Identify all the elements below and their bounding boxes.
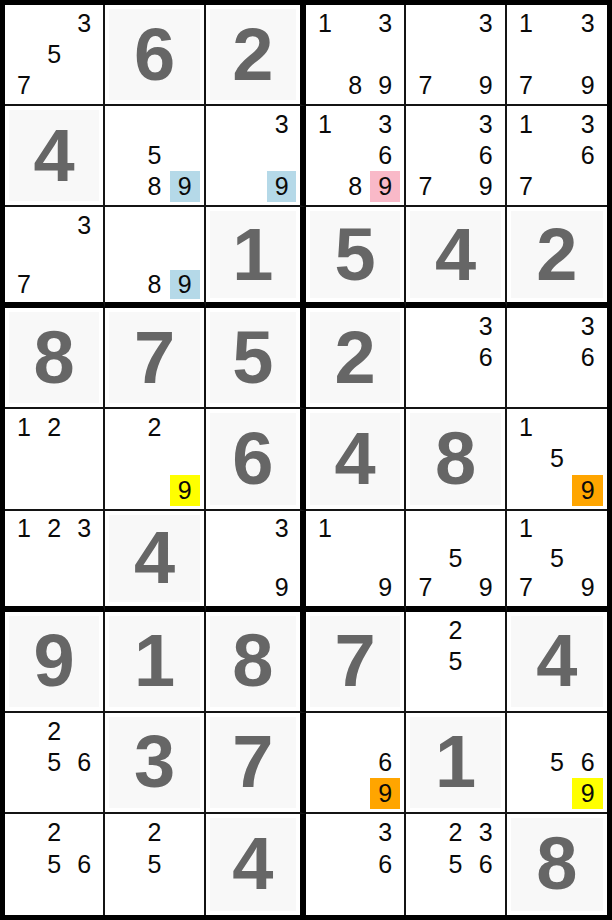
pencil-mark-2: 2 xyxy=(39,817,69,849)
pencil-mark-7: 7 xyxy=(511,70,542,101)
pencil-slot-empty xyxy=(310,573,340,603)
pencil-mark-3: 3 xyxy=(370,109,400,140)
pencil-slot-empty xyxy=(310,817,340,849)
pencil-slot-empty xyxy=(541,342,572,373)
pencil-mark-2: 2 xyxy=(139,412,169,443)
pencil-slot-empty xyxy=(9,543,39,573)
pencil-slot-empty xyxy=(9,475,39,506)
pencil-mark-3: 3 xyxy=(572,311,603,342)
pencil-slot-empty xyxy=(511,443,542,474)
pencil-grid: 357 xyxy=(9,8,99,101)
pencil-slot-empty xyxy=(440,880,470,912)
pencil-slot-empty xyxy=(440,140,470,171)
pencil-slot-empty xyxy=(39,240,69,270)
pencil-mark-1: 1 xyxy=(511,514,542,544)
pencil-grid: 1389 xyxy=(310,8,400,101)
pencil-slot-empty xyxy=(370,543,400,573)
pencil-slot-empty xyxy=(39,270,69,300)
pencil-slot-empty xyxy=(310,716,340,747)
pencil-slot-empty xyxy=(410,677,440,708)
cell-r8c4[interactable]: 69 xyxy=(306,713,406,814)
pencil-grid: 36 xyxy=(511,311,603,404)
pencil-mark-2: 2 xyxy=(139,817,169,849)
cell-value: 8 xyxy=(511,818,603,911)
pencil-grid: 36 xyxy=(310,817,400,912)
pencil-mark-6: 6 xyxy=(572,140,603,171)
pencil-slot-empty xyxy=(471,514,501,544)
cell-r3c5[interactable]: 4 xyxy=(406,207,506,308)
pencil-slot-empty xyxy=(541,573,572,603)
cell-r2c4[interactable]: 13689 xyxy=(306,106,406,207)
pencil-slot-empty xyxy=(511,747,542,778)
cell-value: 8 xyxy=(210,616,296,707)
pencil-slot-empty xyxy=(572,443,603,474)
cell-r9c6[interactable]: 8 xyxy=(507,814,607,915)
pencil-mark-7: 7 xyxy=(9,70,39,101)
pencil-slot-empty xyxy=(238,109,267,140)
pencil-mark-2: 2 xyxy=(440,817,470,849)
pencil-slot-empty xyxy=(109,412,139,443)
pencil-slot-empty xyxy=(410,342,440,373)
pencil-slot-empty xyxy=(440,171,470,202)
pencil-slot-empty xyxy=(410,373,440,404)
pencil-slot-empty xyxy=(210,171,239,202)
pencil-mark-5: 5 xyxy=(139,849,169,881)
pencil-slot-empty xyxy=(109,270,139,300)
pencil-slot-empty xyxy=(109,171,139,202)
pencil-slot-empty xyxy=(541,514,572,544)
pencil-slot-empty xyxy=(541,109,572,140)
cell-value: 1 xyxy=(210,211,296,298)
pencil-mark-3: 3 xyxy=(471,817,501,849)
pencil-slot-empty xyxy=(511,342,542,373)
pencil-slot-empty xyxy=(310,140,340,171)
cell-r2c3[interactable]: 39 xyxy=(206,106,306,207)
pencil-slot-empty xyxy=(210,543,239,573)
pencil-slot-empty xyxy=(471,880,501,912)
cell-r5c1[interactable]: 12 xyxy=(5,409,105,510)
pencil-slot-empty xyxy=(410,646,440,677)
pencil-slot-empty xyxy=(541,716,572,747)
pencil-slot-empty xyxy=(471,615,501,646)
pencil-slot-empty xyxy=(170,210,200,240)
cell-r6c4[interactable]: 19 xyxy=(306,511,406,612)
pencil-grid: 1367 xyxy=(511,109,603,202)
pencil-mark-3: 3 xyxy=(69,8,99,39)
pencil-mark-9: 9 xyxy=(572,573,603,603)
pencil-mark-3: 3 xyxy=(471,8,501,39)
pencil-grid: 39 xyxy=(210,109,296,202)
cell-r3c6[interactable]: 2 xyxy=(507,207,607,308)
pencil-slot-empty xyxy=(109,849,139,881)
pencil-slot-empty xyxy=(238,171,267,202)
pencil-slot-empty xyxy=(109,443,139,474)
pencil-mark-9: 9 xyxy=(572,70,603,101)
pencil-slot-empty xyxy=(471,39,501,70)
pencil-slot-empty xyxy=(69,270,99,300)
pencil-slot-empty xyxy=(69,240,99,270)
pencil-slot-empty xyxy=(170,240,200,270)
pencil-slot-empty xyxy=(69,880,99,912)
pencil-slot-empty xyxy=(109,240,139,270)
pencil-slot-empty xyxy=(170,109,200,140)
pencil-mark-9: 9 xyxy=(471,171,501,202)
cell-r6c1[interactable]: 123 xyxy=(5,511,105,612)
pencil-slot-empty xyxy=(440,677,470,708)
pencil-slot-empty xyxy=(170,443,200,474)
cell-r8c1[interactable]: 256 xyxy=(5,713,105,814)
pencil-mark-7: 7 xyxy=(511,171,542,202)
pencil-mark-3: 3 xyxy=(572,109,603,140)
pencil-slot-empty xyxy=(541,311,572,342)
pencil-mark-6: 6 xyxy=(370,140,400,171)
pencil-slot-empty xyxy=(440,342,470,373)
pencil-mark-6: 6 xyxy=(69,849,99,881)
sudoku-page: 3576213893791379458939136893679136737891… xyxy=(0,0,612,920)
pencil-slot-empty xyxy=(511,778,542,809)
cell-r8c6[interactable]: 569 xyxy=(507,713,607,814)
pencil-slot-empty xyxy=(69,573,99,603)
pencil-slot-empty xyxy=(9,443,39,474)
pencil-grid: 569 xyxy=(511,716,603,809)
pencil-slot-empty xyxy=(340,39,370,70)
pencil-slot-empty xyxy=(9,716,39,747)
pencil-slot-empty xyxy=(440,311,470,342)
cell-r5c5[interactable]: 8 xyxy=(406,409,506,510)
sudoku-board: 3576213893791379458939136893679136737891… xyxy=(0,0,612,920)
pencil-slot-empty xyxy=(170,140,200,171)
cell-value: 3 xyxy=(109,717,199,808)
cell-r9c3[interactable]: 4 xyxy=(206,814,306,915)
pencil-mark-9-highlighted-orange: 9 xyxy=(572,475,603,506)
pencil-slot-empty xyxy=(39,8,69,39)
pencil-slot-empty xyxy=(9,210,39,240)
cell-r4c5[interactable]: 36 xyxy=(406,308,506,409)
cell-r7c3[interactable]: 8 xyxy=(206,612,306,713)
pencil-mark-9-highlighted-blue: 9 xyxy=(267,171,296,202)
pencil-mark-5: 5 xyxy=(541,543,572,573)
pencil-grid: 37 xyxy=(9,210,99,299)
pencil-slot-empty xyxy=(541,778,572,809)
pencil-slot-empty xyxy=(340,849,370,881)
pencil-mark-6: 6 xyxy=(370,747,400,778)
pencil-slot-empty xyxy=(310,747,340,778)
cell-r3c2[interactable]: 89 xyxy=(105,207,205,308)
cell-value: 4 xyxy=(310,413,400,504)
pencil-grid: 19 xyxy=(310,514,400,603)
pencil-mark-9: 9 xyxy=(471,573,501,603)
pencil-slot-empty xyxy=(370,880,400,912)
pencil-slot-empty xyxy=(39,543,69,573)
pencil-slot-empty xyxy=(238,514,267,544)
pencil-slot-empty xyxy=(310,39,340,70)
cell-r1c6[interactable]: 1379 xyxy=(507,5,607,106)
pencil-mark-1: 1 xyxy=(511,412,542,443)
pencil-slot-empty xyxy=(39,573,69,603)
cell-r3c3[interactable]: 1 xyxy=(206,207,306,308)
pencil-slot-empty xyxy=(109,817,139,849)
cell-value: 1 xyxy=(109,616,199,707)
cell-r4c3[interactable]: 5 xyxy=(206,308,306,409)
pencil-slot-empty xyxy=(410,543,440,573)
pencil-grid: 123 xyxy=(9,514,99,603)
cell-value: 5 xyxy=(310,211,400,298)
cell-r1c3[interactable]: 2 xyxy=(206,5,306,106)
cell-r2c1[interactable]: 4 xyxy=(5,106,105,207)
cell-r3c1[interactable]: 37 xyxy=(5,207,105,308)
pencil-slot-empty xyxy=(69,543,99,573)
pencil-slot-empty xyxy=(69,475,99,506)
pencil-slot-empty xyxy=(340,573,370,603)
pencil-slot-empty xyxy=(440,8,470,39)
pencil-mark-9: 9 xyxy=(370,573,400,603)
pencil-grid: 589 xyxy=(109,109,199,202)
cell-value: 7 xyxy=(109,312,199,403)
pencil-slot-empty xyxy=(340,8,370,39)
pencil-grid: 13689 xyxy=(310,109,400,202)
pencil-grid: 25 xyxy=(109,817,199,912)
pencil-slot-empty xyxy=(9,880,39,912)
pencil-slot-empty xyxy=(440,514,470,544)
pencil-slot-empty xyxy=(139,475,169,506)
pencil-grid: 1579 xyxy=(511,514,603,603)
cell-r9c4[interactable]: 36 xyxy=(306,814,406,915)
pencil-mark-8: 8 xyxy=(139,171,169,202)
pencil-slot-empty xyxy=(541,140,572,171)
pencil-slot-empty xyxy=(340,109,370,140)
pencil-slot-empty xyxy=(440,39,470,70)
pencil-slot-empty xyxy=(340,778,370,809)
pencil-slot-empty xyxy=(340,543,370,573)
pencil-mark-1: 1 xyxy=(310,514,340,544)
cell-r3c4[interactable]: 5 xyxy=(306,207,406,308)
cell-value: 2 xyxy=(511,211,603,298)
pencil-mark-9: 9 xyxy=(471,70,501,101)
pencil-slot-empty xyxy=(210,109,239,140)
cell-r5c6[interactable]: 159 xyxy=(507,409,607,510)
cell-value: 6 xyxy=(109,9,199,100)
pencil-slot-empty xyxy=(410,817,440,849)
pencil-slot-empty xyxy=(511,373,542,404)
cell-value: 8 xyxy=(9,312,99,403)
cell-value: 7 xyxy=(310,616,400,707)
pencil-slot-empty xyxy=(210,573,239,603)
pencil-mark-2: 2 xyxy=(39,716,69,747)
pencil-slot-empty xyxy=(109,880,139,912)
pencil-grid: 39 xyxy=(210,514,296,603)
cell-value: 6 xyxy=(210,413,296,504)
cell-r7c4[interactable]: 7 xyxy=(306,612,406,713)
pencil-mark-3: 3 xyxy=(69,514,99,544)
pencil-slot-empty xyxy=(511,311,542,342)
cell-value: 1 xyxy=(410,717,500,808)
pencil-slot-empty xyxy=(340,140,370,171)
pencil-mark-7: 7 xyxy=(410,573,440,603)
pencil-mark-7: 7 xyxy=(410,171,440,202)
cell-r7c5[interactable]: 25 xyxy=(406,612,506,713)
pencil-mark-9-highlighted-yellow: 9 xyxy=(572,778,603,809)
cell-r7c2[interactable]: 1 xyxy=(105,612,205,713)
pencil-slot-empty xyxy=(39,778,69,809)
pencil-slot-empty xyxy=(340,747,370,778)
pencil-slot-empty xyxy=(9,39,39,70)
pencil-slot-empty xyxy=(410,140,440,171)
pencil-slot-empty xyxy=(69,817,99,849)
cell-r1c2[interactable]: 6 xyxy=(105,5,205,106)
pencil-slot-empty xyxy=(440,373,470,404)
cell-r6c2[interactable]: 4 xyxy=(105,511,205,612)
cell-r9c2[interactable]: 25 xyxy=(105,814,205,915)
pencil-slot-empty xyxy=(511,475,542,506)
pencil-slot-empty xyxy=(109,210,139,240)
pencil-slot-empty xyxy=(340,514,370,544)
cell-r5c3[interactable]: 6 xyxy=(206,409,306,510)
pencil-slot-empty xyxy=(471,373,501,404)
pencil-slot-empty xyxy=(370,39,400,70)
cell-r1c1[interactable]: 357 xyxy=(5,5,105,106)
pencil-slot-empty xyxy=(340,817,370,849)
cell-r6c3[interactable]: 39 xyxy=(206,511,306,612)
cell-r1c4[interactable]: 1389 xyxy=(306,5,406,106)
cell-value: 2 xyxy=(210,9,296,100)
pencil-slot-empty xyxy=(410,514,440,544)
pencil-slot-empty xyxy=(39,210,69,240)
pencil-slot-empty xyxy=(511,543,542,573)
cell-r8c5[interactable]: 1 xyxy=(406,713,506,814)
cell-r5c4[interactable]: 4 xyxy=(306,409,406,510)
cell-value: 9 xyxy=(9,616,99,707)
pencil-mark-9-highlighted-pink: 9 xyxy=(370,171,400,202)
pencil-mark-6: 6 xyxy=(572,747,603,778)
cell-r1c5[interactable]: 379 xyxy=(406,5,506,106)
cell-value: 2 xyxy=(310,312,400,403)
pencil-mark-5: 5 xyxy=(39,39,69,70)
pencil-grid: 89 xyxy=(109,210,199,299)
pencil-mark-9: 9 xyxy=(267,573,296,603)
pencil-slot-empty xyxy=(471,677,501,708)
pencil-slot-empty xyxy=(69,778,99,809)
pencil-slot-empty xyxy=(109,140,139,171)
pencil-slot-empty xyxy=(410,8,440,39)
pencil-slot-empty xyxy=(410,39,440,70)
pencil-slot-empty xyxy=(139,240,169,270)
cell-r7c1[interactable]: 9 xyxy=(5,612,105,713)
pencil-slot-empty xyxy=(541,8,572,39)
cell-r7c6[interactable]: 4 xyxy=(507,612,607,713)
pencil-grid: 3679 xyxy=(410,109,500,202)
pencil-slot-empty xyxy=(572,373,603,404)
cell-r2c2[interactable]: 589 xyxy=(105,106,205,207)
cell-r8c3[interactable]: 7 xyxy=(206,713,306,814)
pencil-slot-empty xyxy=(39,70,69,101)
pencil-mark-5: 5 xyxy=(440,849,470,881)
pencil-slot-empty xyxy=(170,849,200,881)
pencil-mark-7: 7 xyxy=(9,270,39,300)
pencil-slot-empty xyxy=(572,39,603,70)
cell-r9c5[interactable]: 2356 xyxy=(406,814,506,915)
cell-r4c2[interactable]: 7 xyxy=(105,308,205,409)
pencil-grid: 256 xyxy=(9,817,99,912)
pencil-mark-3: 3 xyxy=(370,817,400,849)
pencil-mark-1: 1 xyxy=(511,8,542,39)
pencil-slot-empty xyxy=(69,412,99,443)
pencil-slot-empty xyxy=(370,716,400,747)
pencil-mark-1: 1 xyxy=(9,412,39,443)
pencil-slot-empty xyxy=(410,311,440,342)
pencil-grid: 25 xyxy=(410,615,500,708)
pencil-slot-empty xyxy=(210,140,239,171)
cell-r9c1[interactable]: 256 xyxy=(5,814,105,915)
pencil-mark-8: 8 xyxy=(340,70,370,101)
pencil-slot-empty xyxy=(9,573,39,603)
cell-value: 4 xyxy=(410,211,500,298)
pencil-slot-empty xyxy=(370,514,400,544)
pencil-grid: 29 xyxy=(109,412,199,505)
pencil-mark-3: 3 xyxy=(572,8,603,39)
pencil-slot-empty xyxy=(440,109,470,140)
pencil-slot-empty xyxy=(39,443,69,474)
pencil-mark-1: 1 xyxy=(511,109,542,140)
pencil-slot-empty xyxy=(170,880,200,912)
pencil-slot-empty xyxy=(410,849,440,881)
pencil-slot-empty xyxy=(310,70,340,101)
pencil-mark-8: 8 xyxy=(340,171,370,202)
pencil-slot-empty xyxy=(69,70,99,101)
pencil-slot-empty xyxy=(310,543,340,573)
pencil-mark-5: 5 xyxy=(440,543,470,573)
pencil-slot-empty xyxy=(210,514,239,544)
pencil-slot-empty xyxy=(310,778,340,809)
pencil-grid: 579 xyxy=(410,514,500,603)
pencil-slot-empty xyxy=(39,880,69,912)
cell-r2c6[interactable]: 1367 xyxy=(507,106,607,207)
cell-r4c1[interactable]: 8 xyxy=(5,308,105,409)
pencil-grid: 36 xyxy=(410,311,500,404)
cell-r4c4[interactable]: 2 xyxy=(306,308,406,409)
pencil-slot-empty xyxy=(69,443,99,474)
pencil-mark-3: 3 xyxy=(267,109,296,140)
pencil-slot-empty xyxy=(440,573,470,603)
pencil-mark-1: 1 xyxy=(310,8,340,39)
pencil-slot-empty xyxy=(572,543,603,573)
pencil-slot-empty xyxy=(340,716,370,747)
pencil-mark-9-highlighted-blue: 9 xyxy=(170,171,200,202)
cell-r6c5[interactable]: 579 xyxy=(406,511,506,612)
pencil-slot-empty xyxy=(69,39,99,70)
pencil-grid: 379 xyxy=(410,8,500,101)
pencil-slot-empty xyxy=(238,573,267,603)
pencil-slot-empty xyxy=(440,70,470,101)
pencil-slot-empty xyxy=(572,514,603,544)
pencil-slot-empty xyxy=(511,140,542,171)
pencil-grid: 69 xyxy=(310,716,400,809)
cell-r8c2[interactable]: 3 xyxy=(105,713,205,814)
pencil-mark-1: 1 xyxy=(9,514,39,544)
pencil-mark-1: 1 xyxy=(310,109,340,140)
pencil-slot-empty xyxy=(511,716,542,747)
cell-r6c6[interactable]: 1579 xyxy=(507,511,607,612)
pencil-slot-empty xyxy=(267,140,296,171)
cell-r4c6[interactable]: 36 xyxy=(507,308,607,409)
pencil-slot-empty xyxy=(139,109,169,140)
cell-r2c5[interactable]: 3679 xyxy=(406,106,506,207)
cell-r5c2[interactable]: 29 xyxy=(105,409,205,510)
pencil-slot-empty xyxy=(310,880,340,912)
pencil-grid: 1379 xyxy=(511,8,603,101)
pencil-slot-empty xyxy=(39,475,69,506)
pencil-mark-6: 6 xyxy=(471,342,501,373)
cell-value: 4 xyxy=(210,818,296,911)
